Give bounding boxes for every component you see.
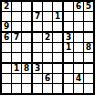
cell-r9c1[interactable] [2, 84, 12, 93]
cell-r6c1[interactable] [2, 53, 12, 64]
cell-r8c6[interactable] [53, 74, 64, 84]
cell-r5c1[interactable] [2, 43, 12, 53]
cell-r5c9[interactable]: 8 [84, 43, 93, 53]
cell-r6c8[interactable] [74, 53, 84, 64]
cell-r9c3[interactable] [22, 84, 33, 93]
cell-r3c2[interactable] [12, 22, 22, 33]
cell-r8c8[interactable]: 4 [74, 74, 84, 84]
cell-r5c8[interactable] [74, 43, 84, 53]
cell-r8c5[interactable]: 6 [43, 74, 53, 84]
cell-r4c1[interactable]: 6 [2, 33, 12, 43]
cell-r1c8[interactable]: 6 [74, 2, 84, 12]
cell-r8c4[interactable] [33, 74, 43, 84]
cell-r3c5[interactable] [43, 22, 53, 33]
cell-r3c3[interactable] [22, 22, 33, 33]
cell-r8c2[interactable] [12, 74, 22, 84]
cell-r5c2[interactable] [12, 43, 22, 53]
cell-r4c4[interactable] [33, 33, 43, 43]
cell-r1c6[interactable] [53, 2, 64, 12]
cell-r6c4[interactable] [33, 53, 43, 64]
cell-r9c4[interactable] [33, 84, 43, 93]
cell-r2c1[interactable] [2, 12, 12, 22]
cell-r6c2[interactable] [12, 53, 22, 64]
cell-r3c4[interactable] [33, 22, 43, 33]
cell-r6c9[interactable] [84, 53, 93, 64]
cell-r3c6[interactable] [53, 22, 64, 33]
cell-r1c3[interactable] [22, 2, 33, 12]
cell-r5c6[interactable] [53, 43, 64, 53]
cell-r7c1[interactable] [2, 64, 12, 74]
cell-r9c8[interactable] [74, 84, 84, 93]
cell-r6c3[interactable] [22, 53, 33, 64]
cell-r5c5[interactable] [43, 43, 53, 53]
cell-r1c5[interactable] [43, 2, 53, 12]
cell-r2c8[interactable] [74, 12, 84, 22]
cell-r1c1[interactable]: 2 [2, 2, 12, 12]
cell-r7c2[interactable]: 1 [12, 64, 22, 74]
cell-r4c5[interactable]: 2 [43, 33, 53, 43]
cell-r9c7[interactable] [64, 84, 74, 93]
cell-r9c9[interactable] [84, 84, 93, 93]
cell-r4c2[interactable]: 7 [12, 33, 22, 43]
cell-r4c3[interactable] [22, 33, 33, 43]
cell-r6c6[interactable] [53, 53, 64, 64]
cell-r8c1[interactable] [2, 74, 12, 84]
cell-r7c3[interactable]: 8 [22, 64, 33, 74]
cell-r4c9[interactable] [84, 33, 93, 43]
cell-r4c8[interactable] [74, 33, 84, 43]
cell-r1c9[interactable]: 5 [84, 2, 93, 12]
cell-r1c4[interactable] [33, 2, 43, 12]
cell-r7c8[interactable] [74, 64, 84, 74]
cell-r5c4[interactable] [33, 43, 43, 53]
cell-r2c5[interactable] [43, 12, 53, 22]
cell-r6c5[interactable] [43, 53, 53, 64]
cell-r4c7[interactable]: 3 [64, 33, 74, 43]
cell-r9c6[interactable] [53, 84, 64, 93]
cell-r6c7[interactable] [64, 53, 74, 64]
cell-r2c9[interactable] [84, 12, 93, 22]
cell-r2c4[interactable]: 7 [33, 12, 43, 22]
sudoku-board: 26571967231818364 [0, 0, 95, 95]
cell-r2c7[interactable] [64, 12, 74, 22]
cell-r4c6[interactable] [53, 33, 64, 43]
cell-r5c3[interactable] [22, 43, 33, 53]
cell-r2c6[interactable]: 1 [53, 12, 64, 22]
cell-r2c3[interactable] [22, 12, 33, 22]
cell-r5c7[interactable]: 1 [64, 43, 74, 53]
cell-r3c8[interactable] [74, 22, 84, 33]
cell-r7c9[interactable] [84, 64, 93, 74]
cell-r1c7[interactable] [64, 2, 74, 12]
cell-r9c2[interactable] [12, 84, 22, 93]
cell-r8c7[interactable] [64, 74, 74, 84]
cell-r2c2[interactable] [12, 12, 22, 22]
cell-r7c4[interactable]: 3 [33, 64, 43, 74]
cell-r7c5[interactable] [43, 64, 53, 74]
sudoku-puzzle: 26571967231818364 [0, 0, 101, 101]
cell-r8c9[interactable] [84, 74, 93, 84]
cell-r1c2[interactable] [12, 2, 22, 12]
cell-r8c3[interactable] [22, 74, 33, 84]
cell-r3c9[interactable] [84, 22, 93, 33]
cell-r9c5[interactable] [43, 84, 53, 93]
cell-r7c7[interactable] [64, 64, 74, 74]
cell-r3c7[interactable] [64, 22, 74, 33]
cell-r3c1[interactable]: 9 [2, 22, 12, 33]
cell-r7c6[interactable] [53, 64, 64, 74]
